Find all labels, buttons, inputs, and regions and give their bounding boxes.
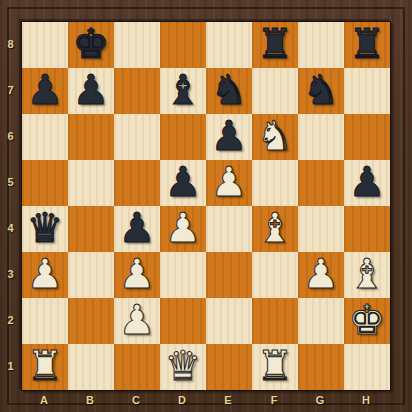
square-e1[interactable] bbox=[206, 344, 252, 390]
square-g4[interactable] bbox=[298, 206, 344, 252]
square-f1[interactable]: ♜ bbox=[252, 344, 298, 390]
square-g6[interactable] bbox=[298, 114, 344, 160]
square-d3[interactable] bbox=[160, 252, 206, 298]
square-b1[interactable] bbox=[68, 344, 114, 390]
square-h6[interactable] bbox=[344, 114, 390, 160]
square-c6[interactable] bbox=[114, 114, 160, 160]
square-g1[interactable] bbox=[298, 344, 344, 390]
square-b8[interactable]: ♚ bbox=[68, 22, 114, 68]
square-a4[interactable]: ♛ bbox=[22, 206, 68, 252]
square-b4[interactable] bbox=[68, 206, 114, 252]
square-a6[interactable] bbox=[22, 114, 68, 160]
square-e2[interactable] bbox=[206, 298, 252, 344]
file-label-h: H bbox=[343, 390, 389, 410]
square-f6[interactable]: ♞ bbox=[252, 114, 298, 160]
square-h2[interactable]: ♚ bbox=[344, 298, 390, 344]
square-h3[interactable]: ♝ bbox=[344, 252, 390, 298]
rank-labels: 87654321 bbox=[0, 21, 21, 389]
square-c3[interactable]: ♟ bbox=[114, 252, 160, 298]
square-f5[interactable] bbox=[252, 160, 298, 206]
square-d7[interactable]: ♝ bbox=[160, 68, 206, 114]
square-c2[interactable]: ♟ bbox=[114, 298, 160, 344]
square-f8[interactable]: ♜ bbox=[252, 22, 298, 68]
square-b2[interactable] bbox=[68, 298, 114, 344]
chess-board-frame: 87654321 ♚♜♜♟♟♝♞♞♟♞♟♟♟♛♟♟♝♟♟♟♝♟♚♜♛♜ ABCD… bbox=[0, 0, 412, 412]
rank-label-5: 5 bbox=[0, 159, 21, 205]
square-h5[interactable]: ♟ bbox=[344, 160, 390, 206]
piece-white-rook[interactable]: ♜ bbox=[257, 343, 294, 389]
square-e4[interactable] bbox=[206, 206, 252, 252]
square-c7[interactable] bbox=[114, 68, 160, 114]
piece-black-pawn[interactable]: ♟ bbox=[27, 67, 64, 113]
piece-white-pawn[interactable]: ♟ bbox=[165, 205, 202, 251]
square-f2[interactable] bbox=[252, 298, 298, 344]
square-b5[interactable] bbox=[68, 160, 114, 206]
file-label-g: G bbox=[297, 390, 343, 410]
square-a3[interactable]: ♟ bbox=[22, 252, 68, 298]
square-d8[interactable] bbox=[160, 22, 206, 68]
piece-white-king[interactable]: ♚ bbox=[349, 297, 386, 343]
piece-white-bishop[interactable]: ♝ bbox=[257, 205, 294, 251]
file-label-f: F bbox=[251, 390, 297, 410]
rank-label-2: 2 bbox=[0, 297, 21, 343]
square-f4[interactable]: ♝ bbox=[252, 206, 298, 252]
rank-label-3: 3 bbox=[0, 251, 21, 297]
piece-black-pawn[interactable]: ♟ bbox=[165, 159, 202, 205]
square-f7[interactable] bbox=[252, 68, 298, 114]
piece-black-knight[interactable]: ♞ bbox=[303, 67, 340, 113]
square-c1[interactable] bbox=[114, 344, 160, 390]
rank-label-1: 1 bbox=[0, 343, 21, 389]
square-d4[interactable]: ♟ bbox=[160, 206, 206, 252]
piece-white-bishop[interactable]: ♝ bbox=[349, 251, 386, 297]
square-g5[interactable] bbox=[298, 160, 344, 206]
square-d2[interactable] bbox=[160, 298, 206, 344]
rank-label-4: 4 bbox=[0, 205, 21, 251]
square-e7[interactable]: ♞ bbox=[206, 68, 252, 114]
square-c4[interactable]: ♟ bbox=[114, 206, 160, 252]
square-f3[interactable] bbox=[252, 252, 298, 298]
square-h7[interactable] bbox=[344, 68, 390, 114]
piece-white-pawn[interactable]: ♟ bbox=[119, 251, 156, 297]
piece-black-bishop[interactable]: ♝ bbox=[165, 67, 202, 113]
square-a2[interactable] bbox=[22, 298, 68, 344]
square-h8[interactable]: ♜ bbox=[344, 22, 390, 68]
square-b7[interactable]: ♟ bbox=[68, 68, 114, 114]
square-g7[interactable]: ♞ bbox=[298, 68, 344, 114]
square-h4[interactable] bbox=[344, 206, 390, 252]
square-d1[interactable]: ♛ bbox=[160, 344, 206, 390]
square-a5[interactable] bbox=[22, 160, 68, 206]
square-g8[interactable] bbox=[298, 22, 344, 68]
file-label-d: D bbox=[159, 390, 205, 410]
file-label-c: C bbox=[113, 390, 159, 410]
piece-black-queen[interactable]: ♛ bbox=[27, 205, 64, 251]
square-a8[interactable] bbox=[22, 22, 68, 68]
square-e3[interactable] bbox=[206, 252, 252, 298]
square-e6[interactable]: ♟ bbox=[206, 114, 252, 160]
piece-black-knight[interactable]: ♞ bbox=[211, 67, 248, 113]
piece-white-pawn[interactable]: ♟ bbox=[211, 159, 248, 205]
piece-white-queen[interactable]: ♛ bbox=[165, 343, 202, 389]
piece-white-knight[interactable]: ♞ bbox=[257, 113, 294, 159]
file-labels: ABCDEFGH bbox=[21, 390, 389, 410]
square-b6[interactable] bbox=[68, 114, 114, 160]
piece-white-pawn[interactable]: ♟ bbox=[27, 251, 64, 297]
square-c8[interactable] bbox=[114, 22, 160, 68]
file-label-e: E bbox=[205, 390, 251, 410]
piece-black-pawn[interactable]: ♟ bbox=[73, 67, 110, 113]
square-g3[interactable]: ♟ bbox=[298, 252, 344, 298]
piece-black-rook[interactable]: ♜ bbox=[349, 21, 386, 67]
square-c5[interactable] bbox=[114, 160, 160, 206]
piece-white-pawn[interactable]: ♟ bbox=[119, 297, 156, 343]
piece-black-pawn[interactable]: ♟ bbox=[119, 205, 156, 251]
square-e8[interactable] bbox=[206, 22, 252, 68]
square-h1[interactable] bbox=[344, 344, 390, 390]
rank-label-7: 7 bbox=[0, 67, 21, 113]
file-label-a: A bbox=[21, 390, 67, 410]
rank-label-8: 8 bbox=[0, 21, 21, 67]
square-g2[interactable] bbox=[298, 298, 344, 344]
file-label-b: B bbox=[67, 390, 113, 410]
square-a1[interactable]: ♜ bbox=[22, 344, 68, 390]
piece-white-pawn[interactable]: ♟ bbox=[303, 251, 340, 297]
square-d5[interactable]: ♟ bbox=[160, 160, 206, 206]
chess-board[interactable]: ♚♜♜♟♟♝♞♞♟♞♟♟♟♛♟♟♝♟♟♟♝♟♚♜♛♜ bbox=[21, 21, 391, 391]
piece-white-rook[interactable]: ♜ bbox=[27, 343, 64, 389]
rank-label-6: 6 bbox=[0, 113, 21, 159]
square-e5[interactable]: ♟ bbox=[206, 160, 252, 206]
square-d6[interactable] bbox=[160, 114, 206, 160]
piece-black-king[interactable]: ♚ bbox=[73, 21, 110, 67]
piece-black-rook[interactable]: ♜ bbox=[257, 21, 294, 67]
piece-black-pawn[interactable]: ♟ bbox=[211, 113, 248, 159]
square-a7[interactable]: ♟ bbox=[22, 68, 68, 114]
square-b3[interactable] bbox=[68, 252, 114, 298]
piece-black-pawn[interactable]: ♟ bbox=[349, 159, 386, 205]
